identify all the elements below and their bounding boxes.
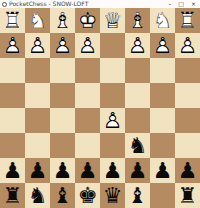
- square-f2[interactable]: ♟♙: [50, 33, 75, 58]
- square-g4[interactable]: [25, 83, 50, 108]
- white-rook[interactable]: ♜♖: [175, 8, 200, 33]
- white-pawn-outline-icon: ♙: [150, 33, 175, 58]
- square-a1[interactable]: ♜♖: [175, 8, 200, 33]
- black-knight[interactable]: ♞: [125, 133, 150, 158]
- square-h7[interactable]: ♟: [0, 158, 25, 183]
- black-rook[interactable]: ♜: [175, 183, 200, 208]
- square-h2[interactable]: ♟♙: [0, 33, 25, 58]
- white-king-outline-icon: ♔: [75, 8, 100, 33]
- square-e7[interactable]: ♟: [75, 158, 100, 183]
- square-g7[interactable]: ♟: [25, 158, 50, 183]
- title-bar: PocketChess - SNOW-LOFT – □ ×: [0, 0, 200, 8]
- white-rook[interactable]: ♜♖: [0, 8, 25, 33]
- square-d1[interactable]: ♛♕: [100, 8, 125, 33]
- close-button[interactable]: ×: [191, 0, 196, 8]
- square-h8[interactable]: ♜: [0, 183, 25, 208]
- square-c1[interactable]: ♝♗: [125, 8, 150, 33]
- square-f4[interactable]: [50, 83, 75, 108]
- black-pawn[interactable]: ♟: [150, 158, 175, 183]
- white-pawn[interactable]: ♟♙: [100, 108, 125, 133]
- black-pawn[interactable]: ♟: [25, 158, 50, 183]
- square-b7[interactable]: ♟: [150, 158, 175, 183]
- square-g2[interactable]: ♟♙: [25, 33, 50, 58]
- app-icon: [2, 2, 7, 7]
- square-g6[interactable]: [25, 133, 50, 158]
- black-pawn[interactable]: ♟: [100, 158, 125, 183]
- square-d2[interactable]: [100, 33, 125, 58]
- maximize-button[interactable]: □: [178, 0, 184, 8]
- window-controls: – □ ×: [168, 0, 196, 8]
- square-e2[interactable]: ♟♙: [75, 33, 100, 58]
- square-b8[interactable]: [150, 183, 175, 208]
- square-f8[interactable]: ♝: [50, 183, 75, 208]
- square-h3[interactable]: [0, 58, 25, 83]
- square-e3[interactable]: [75, 58, 100, 83]
- white-pawn-outline-icon: ♙: [50, 33, 75, 58]
- square-d8[interactable]: ♛: [100, 183, 125, 208]
- white-knight[interactable]: ♞♘: [150, 8, 175, 33]
- square-h6[interactable]: [0, 133, 25, 158]
- square-f7[interactable]: ♟: [50, 158, 75, 183]
- white-pawn-outline-icon: ♙: [25, 33, 50, 58]
- chess-board: ♜♖♞♘♝♗♚♔♛♕♝♗♞♘♜♖♟♙♟♙♟♙♟♙♟♙♟♙♟♙♟♙♞♟♟♟♟♟♟♟…: [0, 8, 200, 208]
- square-h5[interactable]: [0, 108, 25, 133]
- square-d6[interactable]: [100, 133, 125, 158]
- square-b6[interactable]: [150, 133, 175, 158]
- square-d4[interactable]: [100, 83, 125, 108]
- white-pawn[interactable]: ♟♙: [175, 33, 200, 58]
- white-pawn-outline-icon: ♙: [125, 33, 150, 58]
- window-title: PocketChess - SNOW-LOFT: [9, 0, 168, 8]
- black-bishop[interactable]: ♝: [125, 183, 150, 208]
- square-h4[interactable]: [0, 83, 25, 108]
- square-g1[interactable]: ♞♘: [25, 8, 50, 33]
- white-pawn-outline-icon: ♙: [0, 33, 25, 58]
- square-d3[interactable]: [100, 58, 125, 83]
- square-a5[interactable]: [175, 108, 200, 133]
- white-pawn[interactable]: ♟♙: [75, 33, 100, 58]
- square-d5[interactable]: ♟♙: [100, 108, 125, 133]
- white-pawn[interactable]: ♟♙: [25, 33, 50, 58]
- square-b3[interactable]: [150, 58, 175, 83]
- square-c2[interactable]: ♟♙: [125, 33, 150, 58]
- square-g5[interactable]: [25, 108, 50, 133]
- minimize-button[interactable]: –: [168, 0, 171, 8]
- square-f6[interactable]: [50, 133, 75, 158]
- white-pawn-outline-icon: ♙: [100, 108, 125, 133]
- white-rook-outline-icon: ♖: [175, 8, 200, 33]
- square-a8[interactable]: ♜: [175, 183, 200, 208]
- black-pawn[interactable]: ♟: [0, 158, 25, 183]
- white-bishop-outline-icon: ♗: [125, 8, 150, 33]
- white-knight[interactable]: ♞♘: [25, 8, 50, 33]
- black-king[interactable]: ♚: [75, 183, 100, 208]
- white-pawn[interactable]: ♟♙: [150, 33, 175, 58]
- square-e8[interactable]: ♚: [75, 183, 100, 208]
- square-f3[interactable]: [50, 58, 75, 83]
- square-e4[interactable]: [75, 83, 100, 108]
- square-g8[interactable]: ♞: [25, 183, 50, 208]
- white-pawn[interactable]: ♟♙: [50, 33, 75, 58]
- square-e5[interactable]: [75, 108, 100, 133]
- square-a7[interactable]: ♟: [175, 158, 200, 183]
- square-d7[interactable]: ♟: [100, 158, 125, 183]
- white-bishop[interactable]: ♝♗: [50, 8, 75, 33]
- black-rook[interactable]: ♜: [0, 183, 25, 208]
- square-b2[interactable]: ♟♙: [150, 33, 175, 58]
- square-b1[interactable]: ♞♘: [150, 8, 175, 33]
- square-a4[interactable]: [175, 83, 200, 108]
- square-e6[interactable]: [75, 133, 100, 158]
- square-c4[interactable]: [125, 83, 150, 108]
- white-rook-outline-icon: ♖: [0, 8, 25, 33]
- white-bishop[interactable]: ♝♗: [125, 8, 150, 33]
- white-pawn-outline-icon: ♙: [75, 33, 100, 58]
- square-e1[interactable]: ♚♔: [75, 8, 100, 33]
- white-knight-outline-icon: ♘: [25, 8, 50, 33]
- square-f5[interactable]: [50, 108, 75, 133]
- black-knight[interactable]: ♞: [25, 183, 50, 208]
- square-f1[interactable]: ♝♗: [50, 8, 75, 33]
- square-g3[interactable]: [25, 58, 50, 83]
- white-pawn[interactable]: ♟♙: [125, 33, 150, 58]
- square-a6[interactable]: [175, 133, 200, 158]
- black-pawn[interactable]: ♟: [75, 158, 100, 183]
- square-c8[interactable]: ♝: [125, 183, 150, 208]
- square-b4[interactable]: [150, 83, 175, 108]
- black-pawn[interactable]: ♟: [175, 158, 200, 183]
- square-h1[interactable]: ♜♖: [0, 8, 25, 33]
- white-king[interactable]: ♚♔: [75, 8, 100, 33]
- square-c3[interactable]: [125, 58, 150, 83]
- square-c6[interactable]: ♞: [125, 133, 150, 158]
- square-a3[interactable]: [175, 58, 200, 83]
- white-pawn[interactable]: ♟♙: [0, 33, 25, 58]
- white-knight-outline-icon: ♘: [150, 8, 175, 33]
- square-b5[interactable]: [150, 108, 175, 133]
- black-pawn[interactable]: ♟: [50, 158, 75, 183]
- white-queen-outline-icon: ♕: [100, 8, 125, 33]
- white-queen[interactable]: ♛♕: [100, 8, 125, 33]
- pocketchess-window: PocketChess - SNOW-LOFT – □ × ♜♖♞♘♝♗♚♔♛♕…: [0, 0, 200, 208]
- black-queen[interactable]: ♛: [100, 183, 125, 208]
- black-bishop[interactable]: ♝: [50, 183, 75, 208]
- white-bishop-outline-icon: ♗: [50, 8, 75, 33]
- square-c5[interactable]: [125, 108, 150, 133]
- square-c7[interactable]: ♟: [125, 158, 150, 183]
- black-pawn[interactable]: ♟: [125, 158, 150, 183]
- white-pawn-outline-icon: ♙: [175, 33, 200, 58]
- square-a2[interactable]: ♟♙: [175, 33, 200, 58]
